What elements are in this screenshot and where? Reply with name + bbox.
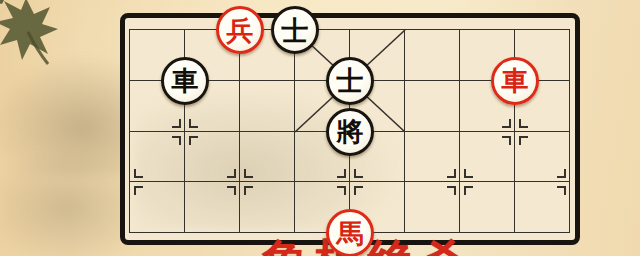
piece-glyph: 將: [337, 118, 364, 145]
soldier-point-marker: [134, 169, 143, 178]
piece-red-soldier[interactable]: 兵: [216, 6, 264, 54]
soldier-point-marker: [244, 169, 253, 178]
piece-glyph: 車: [172, 67, 199, 94]
soldier-point-marker: [337, 169, 346, 178]
cannon-point-marker: [189, 119, 198, 128]
soldier-point-marker: [354, 186, 363, 195]
piece-red-horse[interactable]: 馬: [326, 209, 374, 256]
soldier-point-marker: [227, 186, 236, 195]
piece-black-general[interactable]: 將: [326, 108, 374, 156]
soldier-point-marker: [557, 186, 566, 195]
cannon-point-marker: [172, 136, 181, 145]
cannon-point-marker: [502, 119, 511, 128]
soldier-point-marker: [227, 169, 236, 178]
soldier-point-marker: [464, 186, 473, 195]
piece-black-advisor[interactable]: 士: [271, 6, 319, 54]
board-cell: [405, 30, 460, 81]
cannon-point-marker: [189, 136, 198, 145]
piece-glyph: 士: [282, 17, 309, 44]
soldier-point-marker: [447, 169, 456, 178]
piece-glyph: 士: [337, 67, 364, 94]
maple-leaf-icon: [0, 0, 70, 76]
soldier-point-marker: [134, 186, 143, 195]
piece-glyph: 車: [502, 67, 529, 94]
soldier-point-marker: [337, 186, 346, 195]
cannon-point-marker: [502, 136, 511, 145]
board-cell: [240, 81, 295, 132]
piece-glyph: 兵: [227, 17, 254, 44]
cannon-point-marker: [172, 119, 181, 128]
soldier-point-marker: [464, 169, 473, 178]
app-background: 象棋绝杀 兵士車士車將馬: [0, 0, 640, 256]
cannon-point-marker: [519, 136, 528, 145]
piece-glyph: 馬: [337, 220, 364, 247]
soldier-point-marker: [244, 186, 253, 195]
piece-black-chariot[interactable]: 車: [161, 57, 209, 105]
cannon-point-marker: [519, 119, 528, 128]
soldier-point-marker: [354, 169, 363, 178]
piece-black-advisor[interactable]: 士: [326, 57, 374, 105]
board-cell: [405, 81, 460, 132]
soldier-point-marker: [447, 186, 456, 195]
soldier-point-marker: [557, 169, 566, 178]
piece-red-chariot[interactable]: 車: [491, 57, 539, 105]
screenshot-root: { "game": "xiangqi", "scene": "half-boar…: [0, 0, 640, 256]
